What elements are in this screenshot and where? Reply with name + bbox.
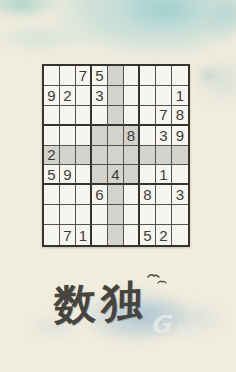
sudoku-app-screen: 75923178839259416837152 数独 G 九游 <box>0 0 236 372</box>
sudoku-cell-r1c9[interactable] <box>172 66 188 86</box>
sudoku-cell-r1c5[interactable] <box>108 66 124 86</box>
sudoku-cell-r3c6[interactable] <box>124 106 140 126</box>
sudoku-cell-r3c8[interactable]: 7 <box>156 106 172 126</box>
sudoku-cell-r4c3[interactable] <box>76 126 92 146</box>
sudoku-cell-r5c6[interactable] <box>124 146 140 166</box>
sudoku-cell-r8c9[interactable] <box>172 205 188 225</box>
sudoku-cell-r5c4[interactable] <box>92 146 108 166</box>
sudoku-cell-r6c3[interactable] <box>76 165 92 185</box>
sudoku-cell-r7c9[interactable]: 3 <box>172 185 188 205</box>
sudoku-cell-r1c6[interactable] <box>124 66 140 86</box>
sudoku-cell-r3c5[interactable] <box>108 106 124 126</box>
sudoku-cell-r9c2[interactable]: 7 <box>60 225 76 245</box>
sudoku-cell-r1c3[interactable]: 7 <box>76 66 92 86</box>
sudoku-cell-r6c9[interactable] <box>172 165 188 185</box>
sudoku-cell-r8c5[interactable] <box>108 205 124 225</box>
watermark-logo-icon: G <box>150 312 171 337</box>
watercolor-wash-right-dot <box>196 68 222 82</box>
sudoku-cell-r2c5[interactable] <box>108 86 124 106</box>
sudoku-cell-r5c3[interactable] <box>76 146 92 166</box>
sudoku-cell-r4c8[interactable]: 3 <box>156 126 172 146</box>
sudoku-cell-r9c6[interactable] <box>124 225 140 245</box>
sudoku-cell-r4c1[interactable] <box>44 126 60 146</box>
sudoku-cell-r7c8[interactable] <box>156 185 172 205</box>
sudoku-cell-r5c7[interactable] <box>140 146 156 166</box>
sudoku-cell-r7c4[interactable]: 6 <box>92 185 108 205</box>
sudoku-cell-r6c8[interactable]: 1 <box>156 165 172 185</box>
sudoku-cell-r2c6[interactable] <box>124 86 140 106</box>
sudoku-cell-r8c3[interactable] <box>76 205 92 225</box>
sudoku-cell-r9c8[interactable]: 2 <box>156 225 172 245</box>
sudoku-cell-r9c3[interactable]: 1 <box>76 225 92 245</box>
sudoku-cell-r6c6[interactable] <box>124 165 140 185</box>
sudoku-cell-r2c3[interactable] <box>76 86 92 106</box>
sudoku-cell-r4c5[interactable] <box>108 126 124 146</box>
sudoku-cell-r1c7[interactable] <box>140 66 156 86</box>
sudoku-cell-r7c3[interactable] <box>76 185 92 205</box>
sudoku-cell-r9c9[interactable] <box>172 225 188 245</box>
sudoku-cell-r2c2[interactable]: 2 <box>60 86 76 106</box>
sudoku-cell-r4c7[interactable] <box>140 126 156 146</box>
sudoku-cell-r5c1[interactable]: 2 <box>44 146 60 166</box>
sudoku-cell-r5c8[interactable] <box>156 146 172 166</box>
birds-icon <box>146 271 168 287</box>
sudoku-cell-r9c1[interactable] <box>44 225 60 245</box>
sudoku-cell-r1c1[interactable] <box>44 66 60 86</box>
sudoku-cell-r2c9[interactable]: 1 <box>172 86 188 106</box>
sudoku-cell-r3c7[interactable] <box>140 106 156 126</box>
sudoku-cell-r8c2[interactable] <box>60 205 76 225</box>
sudoku-cell-r5c5[interactable] <box>108 146 124 166</box>
sudoku-cell-r7c6[interactable] <box>124 185 140 205</box>
watercolor-wash-top-center <box>48 0 236 58</box>
sudoku-cell-r4c4[interactable] <box>92 126 108 146</box>
sudoku-cell-r6c2[interactable]: 9 <box>60 165 76 185</box>
watermark: G 九游 <box>150 312 200 337</box>
sudoku-cell-r2c7[interactable] <box>140 86 156 106</box>
sudoku-cell-r6c5[interactable]: 4 <box>108 165 124 185</box>
watercolor-wash-right-mid <box>192 52 236 108</box>
sudoku-cell-r3c4[interactable] <box>92 106 108 126</box>
sudoku-cell-r8c1[interactable] <box>44 205 60 225</box>
sudoku-cell-r8c4[interactable] <box>92 205 108 225</box>
sudoku-cell-r7c1[interactable] <box>44 185 60 205</box>
sudoku-cell-r6c7[interactable] <box>140 165 156 185</box>
watermark-text: 九游 <box>174 323 200 337</box>
sudoku-cell-r2c4[interactable]: 3 <box>92 86 108 106</box>
sudoku-cell-r4c6[interactable]: 8 <box>124 126 140 146</box>
sudoku-cell-r5c9[interactable] <box>172 146 188 166</box>
sudoku-cell-r9c7[interactable]: 5 <box>140 225 156 245</box>
sudoku-cell-r5c2[interactable] <box>60 146 76 166</box>
sudoku-cell-r2c8[interactable] <box>156 86 172 106</box>
sudoku-cell-r4c9[interactable]: 9 <box>172 126 188 146</box>
sudoku-cell-r1c2[interactable] <box>60 66 76 86</box>
sudoku-cell-r7c7[interactable]: 8 <box>140 185 156 205</box>
sudoku-cell-r7c2[interactable] <box>60 185 76 205</box>
sudoku-cell-r3c2[interactable] <box>60 106 76 126</box>
puzzle-title: 数独 <box>54 269 155 336</box>
watercolor-wash-right-top <box>198 0 236 38</box>
sudoku-cell-r3c9[interactable]: 8 <box>172 106 188 126</box>
watercolor-wash-top-left <box>0 0 60 18</box>
sudoku-board: 75923178839259416837152 <box>42 64 190 247</box>
sudoku-cell-r8c6[interactable] <box>124 205 140 225</box>
watercolor-wash-top-center-inner <box>120 0 210 32</box>
sudoku-cell-r2c1[interactable]: 9 <box>44 86 60 106</box>
sudoku-cell-r4c2[interactable] <box>60 126 76 146</box>
sudoku-cell-r3c3[interactable] <box>76 106 92 126</box>
sudoku-cell-r8c8[interactable] <box>156 205 172 225</box>
sudoku-cell-r1c8[interactable] <box>156 66 172 86</box>
watercolor-wash-left-band <box>0 24 96 52</box>
sudoku-cell-r7c5[interactable] <box>108 185 124 205</box>
sudoku-cell-r6c4[interactable] <box>92 165 108 185</box>
sudoku-cell-r9c4[interactable] <box>92 225 108 245</box>
sudoku-cell-r6c1[interactable]: 5 <box>44 165 60 185</box>
sudoku-cell-r1c4[interactable]: 5 <box>92 66 108 86</box>
sudoku-cell-r8c7[interactable] <box>140 205 156 225</box>
sudoku-cell-r9c5[interactable] <box>108 225 124 245</box>
sudoku-cell-r3c1[interactable] <box>44 106 60 126</box>
